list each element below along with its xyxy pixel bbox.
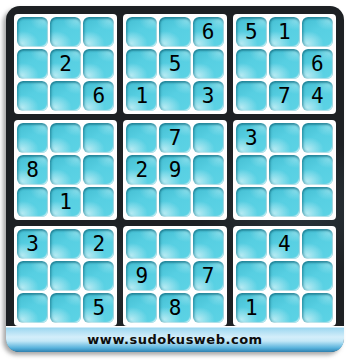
cell-r5c3[interactable] (83, 155, 114, 185)
cell-r9c5: 8 (159, 293, 190, 323)
cell-r7c9[interactable] (302, 229, 333, 259)
cell-r8c7[interactable] (236, 261, 267, 291)
cell-r5c8[interactable] (269, 155, 300, 185)
cell-r8c4: 9 (126, 261, 157, 291)
cell-r1c7: 5 (236, 17, 267, 47)
cell-r3c8: 7 (269, 81, 300, 111)
site-url: www.sudokusweb.com (87, 332, 262, 347)
cell-r6c5[interactable] (159, 187, 190, 217)
cell-r3c2[interactable] (50, 81, 81, 111)
cell-r7c4[interactable] (126, 229, 157, 259)
box-1-2: 6513 (123, 14, 226, 114)
cell-r5c7[interactable] (236, 155, 267, 185)
cell-r8c6: 7 (193, 261, 224, 291)
cell-r6c2: 1 (50, 187, 81, 217)
cell-r1c2[interactable] (50, 17, 81, 47)
cell-r4c4[interactable] (126, 123, 157, 153)
cell-r8c8[interactable] (269, 261, 300, 291)
footer-banner: www.sudokusweb.com (6, 326, 344, 352)
box-1-3: 51674 (233, 14, 336, 114)
cell-r5c4: 2 (126, 155, 157, 185)
cell-r7c8: 4 (269, 229, 300, 259)
box-3-3: 41 (233, 226, 336, 326)
cell-r7c5[interactable] (159, 229, 190, 259)
cell-r9c8[interactable] (269, 293, 300, 323)
cell-r6c7[interactable] (236, 187, 267, 217)
cell-r2c4[interactable] (126, 49, 157, 79)
cell-r9c4[interactable] (126, 293, 157, 323)
cell-r4c9[interactable] (302, 123, 333, 153)
cell-r8c2[interactable] (50, 261, 81, 291)
cell-r4c3[interactable] (83, 123, 114, 153)
cell-r7c7[interactable] (236, 229, 267, 259)
cell-r9c9[interactable] (302, 293, 333, 323)
cell-r2c5: 5 (159, 49, 190, 79)
cell-r7c2[interactable] (50, 229, 81, 259)
cell-r3c3: 6 (83, 81, 114, 111)
cell-r7c1: 3 (17, 229, 48, 259)
cell-r4c7: 3 (236, 123, 267, 153)
cell-r2c6[interactable] (193, 49, 224, 79)
cell-r3c5[interactable] (159, 81, 190, 111)
cell-r8c1[interactable] (17, 261, 48, 291)
cell-r1c4[interactable] (126, 17, 157, 47)
sudoku-grid: 2665135167481729332597841 (14, 14, 336, 326)
box-3-2: 978 (123, 226, 226, 326)
cell-r6c1[interactable] (17, 187, 48, 217)
cell-r3c7[interactable] (236, 81, 267, 111)
cell-r2c8[interactable] (269, 49, 300, 79)
box-2-3: 3 (233, 120, 336, 220)
sudoku-board-frame: 2665135167481729332597841 www.sudokusweb… (6, 6, 344, 352)
cell-r3c6: 3 (193, 81, 224, 111)
cell-r1c8: 1 (269, 17, 300, 47)
cell-r4c5: 7 (159, 123, 190, 153)
cell-r5c9[interactable] (302, 155, 333, 185)
cell-r8c3[interactable] (83, 261, 114, 291)
cell-r9c1[interactable] (17, 293, 48, 323)
cell-r6c9[interactable] (302, 187, 333, 217)
cell-r2c3[interactable] (83, 49, 114, 79)
cell-r1c5[interactable] (159, 17, 190, 47)
cell-r7c6[interactable] (193, 229, 224, 259)
cell-r3c4: 1 (126, 81, 157, 111)
cell-r2c1[interactable] (17, 49, 48, 79)
cell-r2c7[interactable] (236, 49, 267, 79)
cell-r6c3[interactable] (83, 187, 114, 217)
cell-r3c1[interactable] (17, 81, 48, 111)
cell-r6c4[interactable] (126, 187, 157, 217)
cell-r9c2[interactable] (50, 293, 81, 323)
cell-r5c5: 9 (159, 155, 190, 185)
cell-r5c2[interactable] (50, 155, 81, 185)
cell-r8c5[interactable] (159, 261, 190, 291)
cell-r9c3: 5 (83, 293, 114, 323)
cell-r4c6[interactable] (193, 123, 224, 153)
cell-r9c7: 1 (236, 293, 267, 323)
cell-r5c6[interactable] (193, 155, 224, 185)
cell-r4c2[interactable] (50, 123, 81, 153)
cell-r5c1: 8 (17, 155, 48, 185)
cell-r6c6[interactable] (193, 187, 224, 217)
cell-r7c3: 2 (83, 229, 114, 259)
cell-r6c8[interactable] (269, 187, 300, 217)
cell-r8c9[interactable] (302, 261, 333, 291)
cell-r4c1[interactable] (17, 123, 48, 153)
cell-r3c9: 4 (302, 81, 333, 111)
box-3-1: 325 (14, 226, 117, 326)
cell-r1c3[interactable] (83, 17, 114, 47)
cell-r1c9[interactable] (302, 17, 333, 47)
cell-r9c6[interactable] (193, 293, 224, 323)
cell-r1c1[interactable] (17, 17, 48, 47)
box-2-1: 81 (14, 120, 117, 220)
box-1-1: 26 (14, 14, 117, 114)
cell-r1c6: 6 (193, 17, 224, 47)
cell-r2c9: 6 (302, 49, 333, 79)
box-2-2: 729 (123, 120, 226, 220)
cell-r2c2: 2 (50, 49, 81, 79)
cell-r4c8[interactable] (269, 123, 300, 153)
